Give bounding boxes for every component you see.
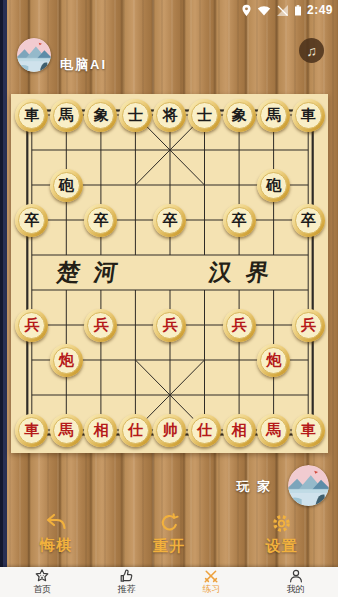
board-cell-7-7[interactable]: 炮 xyxy=(256,343,291,378)
red-piece[interactable]: 仕 xyxy=(188,414,221,447)
board-cell-0-6[interactable]: 兵 xyxy=(15,308,50,343)
red-piece[interactable]: 相 xyxy=(84,414,117,447)
gear-icon xyxy=(270,512,293,535)
board-cell-6-0[interactable]: 象 xyxy=(222,98,257,133)
piece-character: 馬 xyxy=(53,417,80,444)
board-cell-3-0[interactable]: 士 xyxy=(118,98,153,133)
thumbs-up-icon xyxy=(119,568,135,584)
board-cell-5-4[interactable] xyxy=(187,238,222,273)
piece-character: 相 xyxy=(87,417,114,444)
board-cell-8-9[interactable]: 車 xyxy=(291,413,326,448)
undo-move-button[interactable]: 悔棋 xyxy=(0,512,113,556)
piece-character: 車 xyxy=(295,102,322,129)
action-bar: 悔棋 重开 设置 xyxy=(0,512,338,556)
board-cell-2-7[interactable] xyxy=(84,343,119,378)
board-cell-8-6[interactable]: 兵 xyxy=(291,308,326,343)
red-piece[interactable]: 炮 xyxy=(257,344,290,377)
red-piece[interactable]: 兵 xyxy=(15,309,48,342)
piece-character: 象 xyxy=(226,102,253,129)
status-bar: 2:49 xyxy=(241,0,333,20)
board-grid: 車馬象士将士象馬車砲砲卒卒卒卒卒兵兵兵兵兵炮炮車馬相仕帅仕相馬車 xyxy=(15,98,326,448)
board-cell-3-3[interactable] xyxy=(118,203,153,238)
board-cell-4-6[interactable]: 兵 xyxy=(153,308,188,343)
piece-character: 兵 xyxy=(87,312,114,339)
board-cell-5-2[interactable] xyxy=(187,168,222,203)
settings-label: 设置 xyxy=(266,537,298,556)
board-cell-7-2[interactable]: 砲 xyxy=(256,168,291,203)
board-cell-5-9[interactable]: 仕 xyxy=(187,413,222,448)
board-cell-1-0[interactable]: 馬 xyxy=(49,98,84,133)
board-cell-4-3[interactable]: 卒 xyxy=(153,203,188,238)
board-cell-7-8[interactable] xyxy=(256,378,291,413)
red-piece[interactable]: 兵 xyxy=(84,309,117,342)
board-cell-7-3[interactable] xyxy=(256,203,291,238)
nav-label-mine: 我的 xyxy=(287,583,305,596)
piece-character: 卒 xyxy=(18,207,45,234)
location-icon xyxy=(241,4,252,17)
no-signal-icon xyxy=(276,4,289,17)
red-piece[interactable]: 兵 xyxy=(292,309,325,342)
board-cell-7-0[interactable]: 馬 xyxy=(256,98,291,133)
board-cell-3-2[interactable] xyxy=(118,168,153,203)
person-icon xyxy=(288,568,304,584)
board-cell-4-8[interactable] xyxy=(153,378,188,413)
battery-icon xyxy=(294,4,302,17)
board-cell-0-7[interactable] xyxy=(15,343,50,378)
piece-character: 馬 xyxy=(260,417,287,444)
piece-character: 馬 xyxy=(260,102,287,129)
nav-tab-recommend[interactable]: 推荐 xyxy=(85,567,170,597)
board-cell-0-0[interactable]: 車 xyxy=(15,98,50,133)
screen-edge-strip xyxy=(0,0,7,597)
board-cell-1-2[interactable]: 砲 xyxy=(49,168,84,203)
board-cell-4-2[interactable] xyxy=(153,168,188,203)
piece-character: 卒 xyxy=(87,207,114,234)
board-cell-0-1[interactable] xyxy=(15,133,50,168)
board-cell-4-4[interactable] xyxy=(153,238,188,273)
black-piece[interactable]: 車 xyxy=(292,99,325,132)
piece-character: 士 xyxy=(191,102,218,129)
piece-character: 兵 xyxy=(156,312,183,339)
board-cell-8-2[interactable] xyxy=(291,168,326,203)
board-cell-7-1[interactable] xyxy=(256,133,291,168)
board-cell-5-7[interactable] xyxy=(187,343,222,378)
black-piece[interactable]: 卒 xyxy=(223,204,256,237)
board-cell-6-2[interactable] xyxy=(222,168,257,203)
board-cell-6-7[interactable] xyxy=(222,343,257,378)
piece-character: 卒 xyxy=(295,207,322,234)
board-cell-4-1[interactable] xyxy=(153,133,188,168)
black-piece[interactable]: 卒 xyxy=(15,204,48,237)
piece-character: 砲 xyxy=(53,172,80,199)
nav-label-practice: 练习 xyxy=(202,583,220,596)
board-cell-8-7[interactable] xyxy=(291,343,326,378)
clock-time: 2:49 xyxy=(307,3,333,17)
board-cell-6-4[interactable] xyxy=(222,238,257,273)
board-cell-5-6[interactable] xyxy=(187,308,222,343)
piece-character: 炮 xyxy=(53,347,80,374)
nav-label-recommend: 推荐 xyxy=(118,583,136,596)
board-cell-3-7[interactable] xyxy=(118,343,153,378)
board-cell-3-8[interactable] xyxy=(118,378,153,413)
board-cell-8-8[interactable] xyxy=(291,378,326,413)
nav-tab-practice[interactable]: 练习 xyxy=(169,567,254,597)
board-cell-2-3[interactable]: 卒 xyxy=(84,203,119,238)
board-cell-6-8[interactable] xyxy=(222,378,257,413)
red-piece[interactable]: 仕 xyxy=(119,414,152,447)
board-cell-7-9[interactable]: 馬 xyxy=(256,413,291,448)
black-piece[interactable]: 卒 xyxy=(292,204,325,237)
board-cell-1-4[interactable] xyxy=(49,238,84,273)
board-cell-7-6[interactable] xyxy=(256,308,291,343)
black-piece[interactable]: 象 xyxy=(223,99,256,132)
board-cell-8-3[interactable]: 卒 xyxy=(291,203,326,238)
piece-character: 車 xyxy=(18,102,45,129)
black-piece[interactable]: 卒 xyxy=(153,204,186,237)
board-cell-2-5[interactable] xyxy=(84,273,119,308)
board-cell-0-2[interactable] xyxy=(15,168,50,203)
board-cell-0-3[interactable]: 卒 xyxy=(15,203,50,238)
undo-label: 悔棋 xyxy=(40,536,72,555)
piece-character: 兵 xyxy=(295,312,322,339)
board-cell-7-4[interactable] xyxy=(256,238,291,273)
board-cell-3-4[interactable] xyxy=(118,238,153,273)
board-cell-6-6[interactable]: 兵 xyxy=(222,308,257,343)
music-note-icon: ♫ xyxy=(306,43,317,59)
piece-character: 炮 xyxy=(260,347,287,374)
board-cell-5-8[interactable] xyxy=(187,378,222,413)
board-cell-1-1[interactable] xyxy=(49,133,84,168)
piece-character: 将 xyxy=(156,102,183,129)
black-piece[interactable]: 砲 xyxy=(257,169,290,202)
board-cell-2-2[interactable] xyxy=(84,168,119,203)
red-piece[interactable]: 車 xyxy=(292,414,325,447)
piece-character: 士 xyxy=(122,102,149,129)
black-piece[interactable]: 車 xyxy=(15,99,48,132)
board-cell-5-0[interactable]: 士 xyxy=(187,98,222,133)
board-cell-0-5[interactable] xyxy=(15,273,50,308)
board-cell-1-7[interactable]: 炮 xyxy=(49,343,84,378)
black-piece[interactable]: 馬 xyxy=(50,99,83,132)
ai-avatar[interactable] xyxy=(17,38,51,72)
board-cell-3-1[interactable] xyxy=(118,133,153,168)
board-cell-1-9[interactable]: 馬 xyxy=(49,413,84,448)
board-cell-3-9[interactable]: 仕 xyxy=(118,413,153,448)
wifi-icon xyxy=(257,4,271,16)
black-piece[interactable]: 将 xyxy=(153,99,186,132)
piece-character: 馬 xyxy=(53,102,80,129)
piece-character: 相 xyxy=(226,417,253,444)
black-piece[interactable]: 象 xyxy=(84,99,117,132)
board-cell-4-9[interactable]: 帅 xyxy=(153,413,188,448)
settings-button[interactable]: 设置 xyxy=(225,512,338,556)
board-cell-0-9[interactable]: 車 xyxy=(15,413,50,448)
piece-character: 卒 xyxy=(156,207,183,234)
board-cell-2-4[interactable] xyxy=(84,238,119,273)
black-piece[interactable]: 砲 xyxy=(50,169,83,202)
restart-label: 重开 xyxy=(153,537,185,556)
board-cell-8-5[interactable] xyxy=(291,273,326,308)
piece-character: 兵 xyxy=(18,312,45,339)
board-cell-2-8[interactable] xyxy=(84,378,119,413)
red-piece[interactable]: 兵 xyxy=(223,309,256,342)
board-cell-4-0[interactable]: 将 xyxy=(153,98,188,133)
board-cell-3-6[interactable] xyxy=(118,308,153,343)
board-cell-8-1[interactable] xyxy=(291,133,326,168)
piece-character: 車 xyxy=(295,417,322,444)
piece-character: 兵 xyxy=(226,312,253,339)
red-piece[interactable]: 炮 xyxy=(50,344,83,377)
red-piece[interactable]: 相 xyxy=(223,414,256,447)
board-cell-3-5[interactable] xyxy=(118,273,153,308)
board-cell-4-7[interactable] xyxy=(153,343,188,378)
board-cell-6-5[interactable] xyxy=(222,273,257,308)
home-star-icon xyxy=(34,568,50,584)
crossed-swords-icon xyxy=(203,568,219,584)
board-cell-2-9[interactable]: 相 xyxy=(84,413,119,448)
nav-tab-mine[interactable]: 我的 xyxy=(254,567,338,597)
black-piece[interactable]: 士 xyxy=(188,99,221,132)
board-cell-5-5[interactable] xyxy=(187,273,222,308)
app-screen: 2:49 电脑AI ♫ xyxy=(0,0,338,597)
human-avatar[interactable] xyxy=(288,465,329,506)
board-cell-4-5[interactable] xyxy=(153,273,188,308)
piece-character: 仕 xyxy=(122,417,149,444)
board-cell-2-0[interactable]: 象 xyxy=(84,98,119,133)
piece-character: 卒 xyxy=(226,207,253,234)
piece-character: 象 xyxy=(87,102,114,129)
board-cell-6-3[interactable]: 卒 xyxy=(222,203,257,238)
piece-character: 仕 xyxy=(191,417,218,444)
board-cell-6-1[interactable] xyxy=(222,133,257,168)
board-cell-1-8[interactable] xyxy=(49,378,84,413)
ai-player-name: 电脑AI xyxy=(60,56,107,74)
black-piece[interactable]: 卒 xyxy=(84,204,117,237)
board-cell-1-5[interactable] xyxy=(49,273,84,308)
piece-character: 砲 xyxy=(260,172,287,199)
restart-icon xyxy=(158,512,181,535)
human-player-name: 玩 家 xyxy=(236,478,272,496)
black-piece[interactable]: 士 xyxy=(119,99,152,132)
board-cell-8-4[interactable] xyxy=(291,238,326,273)
red-piece[interactable]: 兵 xyxy=(153,309,186,342)
red-piece[interactable]: 帅 xyxy=(153,414,186,447)
board-cell-2-1[interactable] xyxy=(84,133,119,168)
xiangqi-board[interactable]: 楚河 汉界 車馬象士将士象馬車砲砲卒卒卒卒卒兵兵兵兵兵炮炮車馬相仕帅仕相馬車 xyxy=(11,94,328,453)
piece-character: 帅 xyxy=(156,417,183,444)
restart-game-button[interactable]: 重开 xyxy=(113,512,226,556)
bottom-nav-bar: 首页 推荐 练习 我的 xyxy=(0,567,338,597)
board-cell-5-1[interactable] xyxy=(187,133,222,168)
black-piece[interactable]: 馬 xyxy=(257,99,290,132)
undo-arrow-icon xyxy=(44,512,68,534)
red-piece[interactable]: 馬 xyxy=(257,414,290,447)
nav-tab-home[interactable]: 首页 xyxy=(0,567,85,597)
board-cell-6-9[interactable]: 相 xyxy=(222,413,257,448)
piece-character: 車 xyxy=(18,417,45,444)
board-cell-8-0[interactable]: 車 xyxy=(291,98,326,133)
music-toggle-button[interactable]: ♫ xyxy=(299,38,324,63)
board-cell-5-3[interactable] xyxy=(187,203,222,238)
board-cell-0-4[interactable] xyxy=(15,238,50,273)
nav-label-home: 首页 xyxy=(33,583,51,596)
board-cell-0-8[interactable] xyxy=(15,378,50,413)
red-piece[interactable]: 馬 xyxy=(50,414,83,447)
board-cell-1-3[interactable] xyxy=(49,203,84,238)
board-cell-7-5[interactable] xyxy=(256,273,291,308)
board-cell-2-6[interactable]: 兵 xyxy=(84,308,119,343)
red-piece[interactable]: 車 xyxy=(15,414,48,447)
board-cell-1-6[interactable] xyxy=(49,308,84,343)
